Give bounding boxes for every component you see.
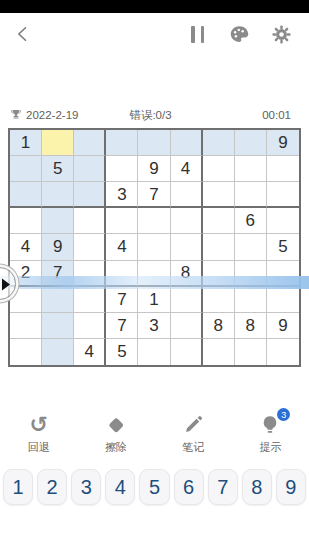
cell-r8c8[interactable]: 8 <box>235 313 267 339</box>
numpad-button-1[interactable]: 1 <box>3 469 33 505</box>
cell-r4c8[interactable]: 6 <box>235 208 267 234</box>
numpad-button-5[interactable]: 5 <box>139 469 169 505</box>
cell-r9c3[interactable]: 4 <box>74 339 106 365</box>
hint-arrow-handle[interactable] <box>0 267 16 300</box>
pause-button[interactable] <box>187 24 208 45</box>
cell-r2c7[interactable] <box>203 156 235 182</box>
cell-r4c3[interactable] <box>74 208 106 234</box>
cell-r5c3[interactable] <box>74 234 106 260</box>
cell-r8c9[interactable]: 9 <box>267 313 299 339</box>
cell-r2c1[interactable] <box>10 156 42 182</box>
cell-r7c5[interactable]: 1 <box>138 287 170 313</box>
cell-r8c3[interactable] <box>74 313 106 339</box>
trophy-icon <box>10 109 22 121</box>
cell-r9c6[interactable] <box>171 339 203 365</box>
cell-r1c3[interactable] <box>74 130 106 156</box>
cell-r7c2[interactable] <box>42 287 74 313</box>
numpad-button-7[interactable]: 7 <box>208 469 238 505</box>
cell-r9c8[interactable] <box>235 339 267 365</box>
cell-r6c3[interactable] <box>74 261 106 287</box>
cell-r6c8[interactable] <box>235 261 267 287</box>
cell-r3c4[interactable]: 3 <box>106 182 138 208</box>
cell-r8c7[interactable]: 8 <box>203 313 235 339</box>
hint-button[interactable]: 3 提示 <box>238 413 302 455</box>
cell-r6c4[interactable] <box>106 261 138 287</box>
cell-r6c6[interactable]: 8 <box>171 261 203 287</box>
cell-r4c5[interactable] <box>138 208 170 234</box>
notes-button[interactable]: 笔记 <box>161 413 225 455</box>
info-row: 2022-2-19 错误:0/3 00:01 <box>10 104 291 126</box>
cell-r5c5[interactable] <box>138 234 170 260</box>
cell-r1c6[interactable] <box>171 130 203 156</box>
cell-r4c1[interactable] <box>10 208 42 234</box>
cell-r3c5[interactable]: 7 <box>138 182 170 208</box>
numpad-button-2[interactable]: 2 <box>37 469 67 505</box>
pause-icon <box>191 26 203 43</box>
theme-button[interactable] <box>229 24 250 45</box>
cell-r5c4[interactable]: 4 <box>106 234 138 260</box>
status-bar <box>0 0 309 13</box>
pencil-icon <box>182 413 205 436</box>
cell-r6c5[interactable] <box>138 261 170 287</box>
cell-r9c5[interactable] <box>138 339 170 365</box>
numpad-button-8[interactable]: 8 <box>242 469 272 505</box>
cell-r7c7[interactable] <box>203 287 235 313</box>
cell-r6c2[interactable]: 7 <box>42 261 74 287</box>
numpad: 123456789 <box>3 469 306 505</box>
cell-r5c9[interactable]: 5 <box>267 234 299 260</box>
cell-r1c8[interactable] <box>235 130 267 156</box>
cell-r5c1[interactable]: 4 <box>10 234 42 260</box>
play-arrow-icon <box>0 268 17 301</box>
erase-label: 擦除 <box>105 440 127 455</box>
hint-count-badge: 3 <box>277 408 290 421</box>
cell-r1c5[interactable] <box>138 130 170 156</box>
cell-r2c8[interactable] <box>235 156 267 182</box>
cell-r3c1[interactable] <box>10 182 42 208</box>
cell-r5c7[interactable] <box>203 234 235 260</box>
cell-r1c7[interactable] <box>203 130 235 156</box>
eraser-icon <box>104 413 127 436</box>
cell-r3c6[interactable] <box>171 182 203 208</box>
numpad-button-3[interactable]: 3 <box>71 469 101 505</box>
cell-r8c4[interactable]: 7 <box>106 313 138 339</box>
cell-r7c4[interactable]: 7 <box>106 287 138 313</box>
cell-r2c6[interactable]: 4 <box>171 156 203 182</box>
cell-r6c9[interactable] <box>267 261 299 287</box>
cell-r8c1[interactable] <box>10 313 42 339</box>
date-group: 2022-2-19 <box>10 109 78 121</box>
settings-gear-icon <box>271 24 292 45</box>
timer-label: 00:01 <box>262 109 291 121</box>
cell-r4c6[interactable] <box>171 208 203 234</box>
chevron-left-icon <box>13 24 33 44</box>
undo-button[interactable]: ↺ 回退 <box>7 413 71 455</box>
cell-r7c3[interactable] <box>74 287 106 313</box>
cell-r8c2[interactable] <box>42 313 74 339</box>
cell-r1c1[interactable]: 1 <box>10 130 42 156</box>
cell-r6c7[interactable] <box>203 261 235 287</box>
hint-label: 提示 <box>259 440 281 455</box>
cell-r7c9[interactable] <box>267 287 299 313</box>
numpad-button-4[interactable]: 4 <box>105 469 135 505</box>
palette-icon <box>229 23 250 45</box>
cell-r8c6[interactable] <box>171 313 203 339</box>
cell-r2c5[interactable]: 9 <box>138 156 170 182</box>
cell-r2c9[interactable] <box>267 156 299 182</box>
cell-r5c8[interactable] <box>235 234 267 260</box>
cell-r9c2[interactable] <box>42 339 74 365</box>
cell-r9c1[interactable] <box>10 339 42 365</box>
cell-r9c7[interactable] <box>203 339 235 365</box>
numpad-button-6[interactable]: 6 <box>174 469 204 505</box>
date-label: 2022-2-19 <box>26 109 78 121</box>
cell-r4c2[interactable] <box>42 208 74 234</box>
cell-r3c2[interactable] <box>42 182 74 208</box>
cell-r1c2[interactable] <box>42 130 74 156</box>
cell-r4c7[interactable] <box>203 208 235 234</box>
sudoku-board: 195943764945278717388945 <box>8 128 301 367</box>
cell-r5c6[interactable] <box>171 234 203 260</box>
cell-r3c8[interactable] <box>235 182 267 208</box>
undo-icon: ↺ <box>27 413 50 436</box>
cell-r3c7[interactable] <box>203 182 235 208</box>
erase-button[interactable]: 擦除 <box>84 413 148 455</box>
cell-r3c3[interactable] <box>74 182 106 208</box>
cell-r4c9[interactable] <box>267 208 299 234</box>
numpad-button-9[interactable]: 9 <box>276 469 306 505</box>
cell-r7c6[interactable] <box>171 287 203 313</box>
notes-label: 笔记 <box>182 440 204 455</box>
cell-r2c3[interactable] <box>74 156 106 182</box>
cell-r4c4[interactable] <box>106 208 138 234</box>
cell-r8c5[interactable]: 3 <box>138 313 170 339</box>
cell-r7c8[interactable] <box>235 287 267 313</box>
cell-r9c9[interactable] <box>267 339 299 365</box>
toolbar: ↺ 回退 擦除 笔记 3 提示 <box>0 413 309 455</box>
cell-r1c4[interactable] <box>106 130 138 156</box>
undo-label: 回退 <box>28 440 50 455</box>
cell-r9c4[interactable]: 5 <box>106 339 138 365</box>
back-button[interactable] <box>10 21 36 47</box>
cell-r2c2[interactable]: 5 <box>42 156 74 182</box>
settings-button[interactable] <box>271 24 292 45</box>
nav-bar <box>0 13 309 55</box>
cell-r5c2[interactable]: 9 <box>42 234 74 260</box>
cell-r3c9[interactable] <box>267 182 299 208</box>
cell-r2c4[interactable] <box>106 156 138 182</box>
cell-r1c9[interactable]: 9 <box>267 130 299 156</box>
